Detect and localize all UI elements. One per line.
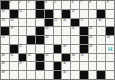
cell-r8c3[interactable] — [27, 71, 35, 79]
clue-number: 5 — [54, 1, 55, 4]
clue-number: 6 — [72, 1, 73, 4]
clue-number: 28 — [63, 45, 66, 48]
cell-r1c8[interactable]: 12 — [71, 10, 79, 18]
cell-r7c5[interactable] — [45, 62, 53, 70]
cell-r7c7[interactable]: 38 — [62, 62, 70, 70]
cell-r7c0[interactable]: 36 — [1, 62, 9, 70]
black-cell-r1c7 — [62, 10, 70, 18]
clue-number: 24 — [45, 36, 48, 39]
cell-r0c7[interactable] — [62, 1, 70, 9]
cell-r6c8[interactable]: 34 — [71, 54, 79, 62]
cell-r2c4[interactable] — [36, 19, 44, 27]
black-cell-r5c9 — [80, 45, 88, 53]
cell-r1c3[interactable] — [27, 10, 35, 18]
black-cell-r4c4 — [36, 36, 44, 44]
black-cell-r2c8 — [71, 19, 79, 27]
cell-r6c1[interactable]: 31 — [10, 54, 18, 62]
cell-r0c3[interactable]: 3 — [27, 1, 35, 9]
cell-r3c3[interactable] — [27, 27, 35, 35]
cell-r4c10[interactable]: 25 — [89, 36, 97, 44]
cell-r5c2[interactable]: 27 — [19, 45, 27, 53]
cell-r8c1[interactable] — [10, 71, 18, 79]
clue-number: 40 — [63, 71, 66, 74]
cell-r0c9[interactable]: 7 — [80, 1, 88, 9]
cell-r2c9[interactable]: 17 — [80, 19, 88, 27]
cell-r6c5[interactable]: 33 — [45, 54, 53, 62]
cell-r3c7[interactable] — [62, 27, 70, 35]
clue-number: 23 — [2, 36, 5, 39]
cell-r3c11[interactable] — [97, 27, 105, 35]
cell-r4c6[interactable] — [54, 36, 62, 44]
cell-r2c12[interactable] — [106, 19, 114, 27]
cell-r4c2[interactable] — [19, 36, 27, 44]
black-cell-r1c5 — [45, 10, 53, 18]
cell-r5c7[interactable]: 28 — [62, 45, 70, 53]
cell-r8c5[interactable] — [45, 71, 53, 79]
clue-number: 17 — [80, 19, 83, 22]
cell-r5c0[interactable] — [1, 45, 9, 53]
clue-number: 34 — [72, 54, 75, 57]
cell-r2c3[interactable] — [27, 19, 35, 27]
cell-r6c3[interactable]: 32 — [27, 54, 35, 62]
clue-number: 37 — [19, 62, 22, 65]
cell-r0c10[interactable]: 8 — [89, 1, 97, 9]
cell-r2c11[interactable]: 18 — [97, 19, 105, 27]
clue-number: 39 — [2, 71, 5, 74]
cell-r5c8[interactable] — [71, 45, 79, 53]
cell-r4c0[interactable]: 23 — [1, 36, 9, 44]
clue-number: 38 — [63, 62, 66, 65]
cell-r2c0[interactable]: 13 — [1, 19, 9, 27]
cell-r6c12[interactable] — [106, 54, 114, 62]
cell-r4c12[interactable]: 26 — [106, 36, 114, 44]
clue-number: 32 — [28, 54, 31, 57]
black-cell-r2c5 — [45, 19, 53, 27]
clue-number: 26 — [107, 36, 110, 39]
black-cell-r5c1 — [10, 45, 18, 53]
clue-number: 30 — [2, 54, 5, 57]
cell-r5c4[interactable] — [36, 45, 44, 53]
cell-r7c2[interactable]: 37 — [19, 62, 27, 70]
cell-r7c12[interactable] — [106, 62, 114, 70]
cell-r4c7[interactable] — [62, 36, 70, 44]
black-cell-r3c4 — [36, 27, 44, 35]
clue-number: 9 — [107, 1, 108, 4]
black-cell-r8c11 — [97, 71, 105, 79]
black-cell-r1c1 — [10, 10, 18, 18]
cell-r0c6[interactable]: 5 — [54, 1, 62, 9]
crossword-screenshot: 1234567891011121314151617181920212223242… — [0, 0, 115, 80]
cell-r8c2[interactable] — [19, 71, 27, 79]
cell-r5c3[interactable] — [27, 45, 35, 53]
black-cell-r7c4 — [36, 62, 44, 70]
cell-r5c5[interactable] — [45, 45, 53, 53]
clue-number: 21 — [72, 27, 75, 30]
clue-number: 4 — [45, 1, 46, 4]
cell-r4c5[interactable]: 24 — [45, 36, 53, 44]
clue-number: 7 — [80, 1, 81, 4]
cell-r6c0[interactable]: 30 — [1, 54, 9, 62]
cell-r0c1[interactable]: 1 — [10, 1, 18, 9]
clue-number: 15 — [54, 19, 57, 22]
cell-r0c11[interactable] — [97, 1, 105, 9]
cell-r8c12[interactable] — [106, 71, 114, 79]
clue-number: 11 — [19, 10, 22, 13]
black-cell-r4c9 — [80, 36, 88, 44]
clue-number: 20 — [45, 27, 48, 30]
cell-r5c11[interactable] — [97, 45, 105, 53]
clue-number: 27 — [19, 45, 22, 48]
clue-number: 1 — [10, 1, 11, 4]
entry-letter: H — [106, 45, 114, 53]
cell-r7c3[interactable] — [27, 62, 35, 70]
cell-r0c12[interactable]: 9 — [106, 1, 114, 9]
cell-r8c7[interactable]: 40 — [62, 71, 70, 79]
black-cell-r8c9 — [80, 71, 88, 79]
cell-r0c2[interactable]: 2 — [19, 1, 27, 9]
cell-r3c8[interactable]: 21 — [71, 27, 79, 35]
clue-number: 19 — [10, 27, 13, 30]
cell-r7c9[interactable] — [80, 62, 88, 70]
cell-r3c2[interactable] — [19, 27, 27, 35]
cell-r8c4[interactable] — [36, 71, 44, 79]
clue-number: 13 — [2, 19, 5, 22]
clue-number: 18 — [98, 19, 101, 22]
clue-number: 35 — [80, 54, 83, 57]
cell-r6c9[interactable]: 35 — [80, 54, 88, 62]
cell-r7c1[interactable] — [10, 62, 18, 70]
cell-r3c10[interactable]: 22 — [89, 27, 97, 35]
clue-number: 8 — [89, 1, 90, 4]
clue-number: 3 — [28, 1, 29, 4]
clue-number: 25 — [89, 36, 92, 39]
cell-r5c12[interactable]: H — [106, 45, 114, 53]
black-cell-r3c0 — [1, 27, 9, 35]
cell-r1c6[interactable] — [54, 10, 62, 18]
cell-r7c8[interactable] — [71, 62, 79, 70]
cell-r2c10[interactable] — [89, 19, 97, 27]
cell-r1c0[interactable]: 10 — [1, 10, 9, 18]
black-cell-r8c6 — [54, 71, 62, 79]
cell-r1c12[interactable] — [106, 10, 114, 18]
clue-number: 36 — [2, 62, 5, 65]
black-cell-r6c2 — [19, 54, 27, 62]
black-cell-r0c0 — [1, 1, 9, 9]
cell-r3c1[interactable]: 19 — [10, 27, 18, 35]
clue-number: 14 — [10, 19, 13, 22]
black-cell-r6c4 — [36, 54, 44, 62]
cell-r4c11[interactable] — [97, 36, 105, 44]
cell-r7c11[interactable] — [97, 62, 105, 70]
cell-r6c6[interactable] — [54, 54, 62, 62]
cell-r1c10[interactable] — [89, 10, 97, 18]
cell-r6c11[interactable] — [97, 54, 105, 62]
black-cell-r0c4 — [36, 1, 44, 9]
cell-r8c0[interactable]: 39 — [1, 71, 9, 79]
cell-r4c8[interactable] — [71, 36, 79, 44]
crossword-board: 1234567891011121314151617181920212223242… — [0, 0, 115, 80]
clue-number: 22 — [89, 27, 92, 30]
black-cell-r1c4 — [36, 10, 44, 18]
cell-r2c2[interactable] — [19, 19, 27, 27]
cell-r7c10[interactable] — [89, 62, 97, 70]
black-cell-r6c7 — [62, 54, 70, 62]
cell-r0c8[interactable]: 6 — [71, 1, 79, 9]
cell-r2c1[interactable]: 14 — [10, 19, 18, 27]
cell-r6c10[interactable] — [89, 54, 97, 62]
cell-r1c2[interactable]: 11 — [19, 10, 27, 18]
black-cell-r5c6 — [54, 45, 62, 53]
black-cell-r7c6 — [54, 62, 62, 70]
cell-r1c9[interactable] — [80, 10, 88, 18]
cell-r2c6[interactable]: 15 — [54, 19, 62, 27]
black-cell-r4c3 — [27, 36, 35, 44]
clue-number: 12 — [72, 10, 75, 13]
black-cell-r1c11 — [97, 10, 105, 18]
cell-r2c7[interactable]: 16 — [62, 19, 70, 27]
clue-number: 16 — [63, 19, 66, 22]
cell-r8c8[interactable] — [71, 71, 79, 79]
black-cell-r3c9 — [80, 27, 88, 35]
clue-number: 33 — [45, 54, 48, 57]
cell-r8c10[interactable] — [89, 71, 97, 79]
cell-r3c5[interactable]: 20 — [45, 27, 53, 35]
cell-r4c1[interactable] — [10, 36, 18, 44]
clue-number: 31 — [10, 54, 13, 57]
black-cell-r3c12 — [106, 27, 114, 35]
cell-r5c10[interactable]: 29 — [89, 45, 97, 53]
cell-r0c5[interactable]: 4 — [45, 1, 53, 9]
clue-number: 2 — [19, 1, 20, 4]
clue-number: 10 — [2, 10, 5, 13]
cell-r3c6[interactable] — [54, 27, 62, 35]
clue-number: 29 — [89, 45, 92, 48]
